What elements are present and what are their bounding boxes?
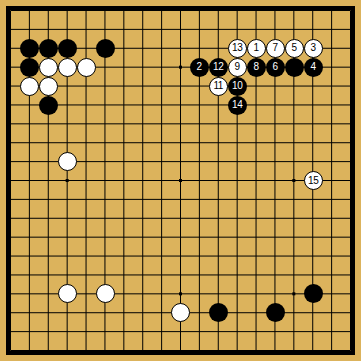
stone-black [304,284,323,303]
stone-black [20,39,39,58]
move-7-stone-white: 7 [266,39,285,58]
stone-white [39,58,58,77]
stone-white [58,152,77,171]
stone-black [285,58,304,77]
move-8-stone-black: 8 [247,58,266,77]
move-3-stone-white: 3 [304,39,323,58]
stone-black [39,39,58,58]
stone-black [39,96,58,115]
move-1-stone-white: 1 [247,39,266,58]
move-4-stone-black: 4 [304,58,323,77]
move-5-stone-white: 5 [285,39,304,58]
stone-black [209,303,228,322]
stone-white [96,284,115,303]
stone-layer: 131753212986411101415 [1,1,360,360]
move-11-stone-white: 11 [209,77,228,96]
stone-white [58,284,77,303]
stone-white [171,303,190,322]
stone-white [58,58,77,77]
move-14-stone-black: 14 [228,96,247,115]
move-15-stone-white: 15 [304,171,323,190]
move-2-stone-black: 2 [190,58,209,77]
move-6-stone-black: 6 [266,58,285,77]
move-10-stone-black: 10 [228,77,247,96]
stone-black [266,303,285,322]
move-12-stone-black: 12 [209,58,228,77]
move-9-stone-white: 9 [228,58,247,77]
move-13-stone-white: 13 [228,39,247,58]
stone-white [20,77,39,96]
stone-white [39,77,58,96]
stone-white [77,58,96,77]
stone-black [58,39,77,58]
stone-black [96,39,115,58]
go-board: 131753212986411101415 [0,0,361,361]
stone-black [20,58,39,77]
